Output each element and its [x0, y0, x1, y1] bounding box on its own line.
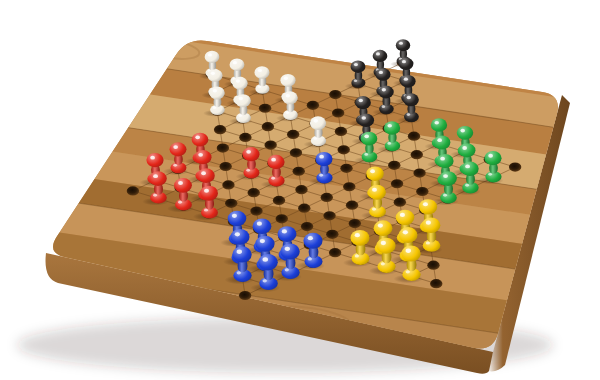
- board-hole[interactable]: [346, 201, 358, 210]
- chinese-checkers-scene: [0, 0, 600, 380]
- board-hole[interactable]: [408, 132, 420, 141]
- peg-yellow[interactable]: [420, 217, 441, 251]
- peg-red[interactable]: [267, 155, 286, 187]
- peg-white[interactable]: [209, 87, 226, 116]
- board-hole[interactable]: [343, 182, 355, 191]
- board-hole[interactable]: [301, 222, 313, 231]
- board-hole[interactable]: [290, 148, 302, 157]
- chinese-checkers-board: [0, 0, 600, 380]
- board-hole[interactable]: [248, 188, 260, 197]
- peg-white[interactable]: [254, 66, 271, 94]
- board-hole[interactable]: [323, 211, 335, 220]
- peg-green[interactable]: [460, 161, 479, 193]
- board-hole[interactable]: [293, 167, 305, 176]
- board-hole[interactable]: [250, 207, 262, 216]
- peg-red[interactable]: [168, 143, 187, 174]
- peg-green[interactable]: [360, 131, 379, 162]
- board-hole[interactable]: [394, 198, 406, 207]
- board-hole[interactable]: [430, 279, 442, 288]
- board-hole[interactable]: [413, 168, 425, 177]
- board-hole[interactable]: [259, 104, 271, 113]
- board-hole[interactable]: [222, 180, 234, 189]
- board-hole[interactable]: [411, 150, 423, 159]
- board-hole[interactable]: [349, 219, 361, 228]
- board-hole[interactable]: [321, 193, 333, 202]
- peg-yellow[interactable]: [367, 185, 387, 218]
- board-hole[interactable]: [276, 214, 288, 223]
- board-hole[interactable]: [338, 145, 350, 154]
- board-hole[interactable]: [329, 248, 341, 257]
- board-hole[interactable]: [416, 187, 428, 196]
- peg-blue[interactable]: [302, 233, 323, 268]
- peg-white[interactable]: [282, 91, 299, 120]
- board-hole[interactable]: [225, 199, 237, 208]
- board-hole[interactable]: [340, 164, 352, 173]
- board-hole[interactable]: [214, 125, 226, 134]
- peg-green[interactable]: [438, 171, 458, 203]
- peg-blue[interactable]: [232, 246, 254, 282]
- peg-black[interactable]: [402, 93, 419, 122]
- peg-blue[interactable]: [257, 254, 279, 290]
- board-hole[interactable]: [287, 130, 299, 139]
- board-hole[interactable]: [307, 101, 319, 110]
- board-hole[interactable]: [427, 261, 439, 270]
- board-hole[interactable]: [335, 127, 347, 136]
- peg-green[interactable]: [382, 121, 400, 151]
- board-hole[interactable]: [127, 186, 139, 195]
- peg-blue[interactable]: [279, 244, 301, 280]
- peg-blue[interactable]: [314, 152, 333, 183]
- peg-red[interactable]: [199, 186, 219, 219]
- peg-green[interactable]: [483, 151, 502, 182]
- board-hole[interactable]: [273, 196, 285, 205]
- peg-red[interactable]: [148, 171, 168, 203]
- board-hole[interactable]: [239, 291, 251, 300]
- board-hole[interactable]: [219, 162, 231, 171]
- peg-white[interactable]: [234, 94, 252, 123]
- board-hole[interactable]: [262, 122, 274, 131]
- board-hole[interactable]: [295, 185, 307, 194]
- peg-red[interactable]: [174, 178, 194, 211]
- board-hole[interactable]: [509, 163, 521, 172]
- board-hole[interactable]: [239, 133, 251, 142]
- board-hole[interactable]: [264, 141, 276, 150]
- board-hole[interactable]: [326, 230, 338, 239]
- board-hole[interactable]: [332, 108, 344, 117]
- peg-black[interactable]: [377, 86, 394, 114]
- board-hole[interactable]: [329, 90, 341, 99]
- peg-white[interactable]: [309, 116, 327, 146]
- peg-yellow[interactable]: [375, 238, 396, 273]
- peg-black[interactable]: [350, 60, 367, 87]
- peg-red[interactable]: [241, 147, 260, 178]
- board-hole[interactable]: [217, 143, 229, 152]
- peg-yellow[interactable]: [350, 230, 371, 265]
- board-hole[interactable]: [298, 204, 310, 213]
- board-hole[interactable]: [388, 161, 400, 170]
- board-hole[interactable]: [391, 179, 403, 188]
- peg-yellow[interactable]: [400, 245, 422, 281]
